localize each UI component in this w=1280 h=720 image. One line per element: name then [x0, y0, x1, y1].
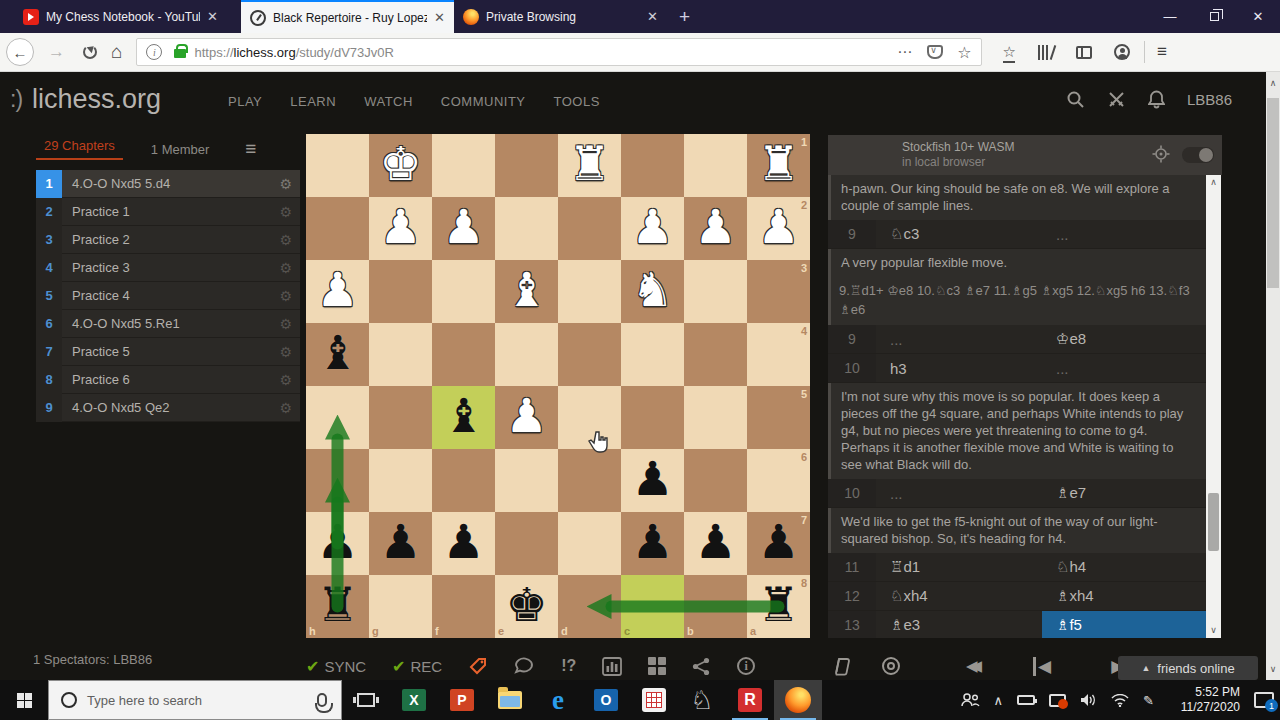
- square-f7[interactable]: ♟: [432, 512, 495, 575]
- square-f6[interactable]: [432, 449, 495, 512]
- chart-icon[interactable]: [602, 657, 622, 676]
- url-domain: lichess.org: [234, 45, 296, 60]
- white-pawn[interactable]: ♟: [684, 197, 747, 260]
- tab-lichess-study[interactable]: Black Repertoire - Ruy Lopez: B ✕: [241, 0, 454, 33]
- speaker-icon[interactable]: [1080, 693, 1097, 707]
- scroll-down-icon[interactable]: ∨: [1266, 662, 1280, 676]
- gear-icon[interactable]: ⚙: [279, 316, 300, 332]
- reload-button[interactable]: [83, 45, 97, 59]
- square-f8[interactable]: f: [432, 575, 495, 638]
- chapter-row[interactable]: 5Practice 4⚙: [36, 282, 300, 310]
- grid-app-icon: [642, 688, 666, 712]
- excel-app[interactable]: X: [390, 680, 438, 720]
- square-d3[interactable]: [558, 260, 621, 323]
- rec-label: REC: [411, 658, 443, 675]
- square-e5[interactable]: ♟: [495, 386, 558, 449]
- tab-private-browsing[interactable]: Private Browsing ✕: [454, 0, 667, 33]
- bell-icon[interactable]: [1148, 90, 1165, 109]
- square-b1[interactable]: [684, 134, 747, 197]
- black-move[interactable]: ♗f5: [1042, 611, 1206, 638]
- chessbase-app[interactable]: [630, 680, 678, 720]
- chapter-row[interactable]: 2Practice 1⚙: [36, 198, 300, 226]
- square-h2[interactable]: [306, 197, 369, 260]
- white-move[interactable]: ...: [876, 325, 1042, 353]
- browser-toolbar: ← → ⌂ i https://lichess.org/study/dV73Jv…: [0, 33, 1280, 72]
- move-number: 12: [828, 582, 876, 610]
- black-move[interactable]: ♗e7: [1042, 479, 1206, 507]
- close-button[interactable]: ✕: [1236, 9, 1280, 24]
- page-actions-icon[interactable]: ⋯: [897, 43, 913, 61]
- header-right: LBB86: [1066, 90, 1232, 109]
- tab-close-icon[interactable]: ✕: [207, 9, 218, 24]
- chapter-title: Practice 1: [62, 204, 279, 219]
- annotation-comment: h-pawn. Our king should be safe on e8. W…: [828, 175, 1206, 220]
- chapter-row[interactable]: 7Practice 5⚙: [36, 338, 300, 366]
- chapter-title: Practice 5: [62, 344, 279, 359]
- move-list-scrollbar[interactable]: ∧ ∨: [1206, 175, 1221, 638]
- browser-tab-bar: My Chess Notebook - YouTube ✕ Black Repe…: [0, 0, 1280, 33]
- rank-label: 3: [801, 262, 807, 274]
- tab-title: Black Repertoire - Ruy Lopez: B: [273, 11, 427, 25]
- chapter-number: 8: [36, 366, 62, 394]
- lichess-logo-mark: :): [10, 86, 22, 113]
- username[interactable]: LBB86: [1187, 91, 1232, 108]
- hamburger-menu-icon[interactable]: ≡: [1157, 42, 1167, 62]
- rank-label: 1: [801, 136, 807, 148]
- black-pawn[interactable]: ♟: [369, 512, 432, 575]
- rank-label: 2: [801, 199, 807, 211]
- black-bishop[interactable]: ♝: [432, 386, 495, 449]
- scroll-thumb[interactable]: [1208, 493, 1219, 551]
- move-row: 11♖d1♘h4: [828, 553, 1206, 582]
- check-icon: ✔: [306, 657, 319, 676]
- new-tab-button[interactable]: +: [679, 0, 690, 33]
- square-h7[interactable]: ♟: [306, 512, 369, 575]
- chapter-row[interactable]: 94.O-O Nxd5 Qe2⚙: [36, 394, 300, 422]
- boards-grid-icon[interactable]: [648, 657, 666, 675]
- rec-toggle[interactable]: ✔ REC: [392, 657, 442, 676]
- square-d2[interactable]: [558, 197, 621, 260]
- tab-members[interactable]: 1 Member: [151, 142, 210, 157]
- square-b2[interactable]: ♟: [684, 197, 747, 260]
- friends-online-bar[interactable]: ▲ friends online: [1118, 656, 1258, 680]
- move-row: 12♘xh4♗xh4: [828, 582, 1206, 611]
- powerpoint-icon: P: [450, 689, 474, 711]
- square-a4[interactable]: 4: [747, 323, 810, 386]
- square-d6[interactable]: [558, 449, 621, 512]
- forward-button[interactable]: →: [48, 42, 65, 62]
- nav-watch[interactable]: WATCH: [364, 94, 413, 109]
- gear-icon[interactable]: ⚙: [279, 372, 300, 388]
- opening-book-icon[interactable]: [832, 656, 852, 676]
- analysis-toolbar: ◀◀ ◀ ▶: [832, 648, 1132, 684]
- square-e3[interactable]: ♝: [495, 260, 558, 323]
- gear-icon[interactable]: ⚙: [279, 232, 300, 248]
- crossed-swords-icon[interactable]: [1107, 90, 1126, 109]
- chapter-title: Practice 6: [62, 372, 279, 387]
- taskbar-clock[interactable]: 5:52 PM 11/27/2020: [1168, 685, 1240, 715]
- scroll-down-icon[interactable]: ∨: [1206, 623, 1221, 638]
- white-move[interactable]: ♘c3: [876, 220, 1042, 248]
- tags-icon[interactable]: [468, 656, 488, 676]
- square-e2[interactable]: [495, 197, 558, 260]
- move-row: 9...♔e8: [828, 325, 1206, 354]
- white-move[interactable]: h3: [876, 354, 1042, 382]
- r-app-icon: R: [738, 688, 762, 712]
- bookmarks-menu-icon[interactable]: ☆: [1002, 43, 1015, 61]
- square-g3[interactable]: [369, 260, 432, 323]
- black-pawn[interactable]: ♟: [432, 512, 495, 575]
- url-path: /study/dV73Jv0R: [296, 45, 394, 60]
- white-move[interactable]: ♗e3: [876, 611, 1042, 638]
- move-row: 13♗e3♗f5: [828, 611, 1206, 638]
- spectators-label: 1 Spectators: LBB86: [33, 652, 152, 667]
- square-d4[interactable]: [558, 323, 621, 386]
- chapter-title: Practice 3: [62, 260, 279, 275]
- move-row: 10...♗e7: [828, 479, 1206, 508]
- square-f2[interactable]: ♟: [432, 197, 495, 260]
- square-c2[interactable]: ♟: [621, 197, 684, 260]
- file-label: g: [372, 625, 379, 637]
- gear-icon[interactable]: ⚙: [279, 288, 300, 304]
- white-knight[interactable]: ♞: [621, 260, 684, 323]
- white-move[interactable]: ♘xh4: [876, 582, 1042, 610]
- square-b4[interactable]: [684, 323, 747, 386]
- square-e4[interactable]: [495, 323, 558, 386]
- square-g5[interactable]: [369, 386, 432, 449]
- start-button[interactable]: [0, 680, 48, 720]
- lichess-favicon: [250, 10, 266, 26]
- scroll-up-icon[interactable]: ∧: [1206, 175, 1221, 190]
- square-g4[interactable]: [369, 323, 432, 386]
- url-bar[interactable]: i https://lichess.org/study/dV73Jv0R ⋯ ☆: [136, 38, 982, 66]
- square-g6[interactable]: [369, 449, 432, 512]
- study-toolbar: ✔ SYNC ✔ REC !? i: [306, 648, 816, 684]
- toolbar-divider: [1144, 41, 1145, 63]
- rank-label: 4: [801, 325, 807, 337]
- white-pawn[interactable]: ♟: [369, 197, 432, 260]
- windows-taskbar: Type here to search X P e O ♘ R ∧ ✎ 5:52…: [0, 680, 1280, 720]
- chapter-row[interactable]: 64.O-O Nxd5 5.Re1⚙: [36, 310, 300, 338]
- step-back-icon[interactable]: ◀: [1038, 656, 1051, 677]
- square-a6[interactable]: 6: [747, 449, 810, 512]
- square-b7[interactable]: ♟: [684, 512, 747, 575]
- home-button[interactable]: ⌂: [111, 41, 122, 63]
- square-g8[interactable]: g: [369, 575, 432, 638]
- file-label: b: [687, 625, 694, 637]
- firefox-icon: [463, 9, 479, 25]
- excel-icon: X: [402, 689, 426, 711]
- chapter-number: 9: [36, 394, 62, 422]
- white-bishop[interactable]: ♝: [495, 260, 558, 323]
- bookmark-star-icon[interactable]: ☆: [957, 43, 971, 62]
- white-move[interactable]: ...: [876, 479, 1042, 507]
- black-move[interactable]: ...: [1042, 220, 1206, 248]
- engine-location: in local browser: [902, 155, 1015, 170]
- battery-icon[interactable]: [1017, 695, 1035, 705]
- move-number: 10: [828, 479, 876, 507]
- square-d8[interactable]: d: [558, 575, 621, 638]
- rank-label: 6: [801, 451, 807, 463]
- tab-close-icon[interactable]: ✕: [434, 10, 445, 25]
- square-b6[interactable]: [684, 449, 747, 512]
- black-bishop[interactable]: ♝: [306, 323, 369, 386]
- sidebars-icon[interactable]: [1076, 46, 1092, 59]
- taskbar-search[interactable]: Type here to search: [48, 680, 342, 720]
- file-label: h: [309, 625, 316, 637]
- page-scroll-thumb[interactable]: [1267, 98, 1279, 288]
- chapter-title: Practice 2: [62, 232, 279, 247]
- square-f5[interactable]: ♝: [432, 386, 495, 449]
- square-f3[interactable]: [432, 260, 495, 323]
- move-list: h-pawn. Our king should be safe on e8. W…: [828, 175, 1206, 638]
- square-a1[interactable]: ♜1: [747, 134, 810, 197]
- move-number: 10: [828, 354, 876, 382]
- square-h4[interactable]: ♝: [306, 323, 369, 386]
- chapter-title: 4.O-O Nxd5 5.d4: [62, 176, 279, 191]
- nav-play[interactable]: PLAY: [228, 94, 262, 109]
- comment-icon[interactable]: [514, 657, 535, 676]
- white-pawn[interactable]: ♟: [495, 386, 558, 449]
- square-a8[interactable]: ♜a8: [747, 575, 810, 638]
- site-header: :) lichess.org PLAYLEARNWATCHCOMMUNITYTO…: [0, 72, 1266, 130]
- chapter-title: 4.O-O Nxd5 5.Re1: [62, 316, 279, 331]
- white-pawn[interactable]: ♟: [432, 197, 495, 260]
- square-f4[interactable]: [432, 323, 495, 386]
- expand-triangle-icon: ▲: [1141, 663, 1150, 673]
- firefox-app[interactable]: [774, 680, 822, 720]
- windows-logo-icon: [17, 693, 32, 708]
- square-a2[interactable]: ♟2: [747, 197, 810, 260]
- square-a7[interactable]: ♟7: [747, 512, 810, 575]
- board-grid: ♚♜♜1♟♟♟♟♟2♟♝♞3♝4♝♟5♟6♟♟♟♟♟♟7♜hgf♚edcb♜a8: [306, 134, 810, 638]
- nav-learn[interactable]: LEARN: [290, 94, 336, 109]
- youtube-icon: [23, 9, 39, 25]
- window-controls: — ✕: [1148, 0, 1280, 33]
- chapter-row[interactable]: 14.O-O Nxd5 5.d4⚙: [36, 170, 300, 198]
- wifi-icon[interactable]: [1111, 694, 1129, 707]
- square-a3[interactable]: 3: [747, 260, 810, 323]
- scroll-up-icon[interactable]: ∧: [1266, 76, 1280, 90]
- square-d5[interactable]: [558, 386, 621, 449]
- move-number: 9: [828, 325, 876, 353]
- white-king[interactable]: ♚: [369, 134, 432, 197]
- square-e7[interactable]: [495, 512, 558, 575]
- display-alert-icon[interactable]: [1049, 694, 1066, 707]
- pocket-icon[interactable]: [927, 45, 943, 59]
- square-h3[interactable]: ♟: [306, 260, 369, 323]
- gear-icon[interactable]: ⚙: [279, 344, 300, 360]
- file-label: d: [561, 625, 568, 637]
- edge-icon: e: [552, 685, 564, 716]
- file-label: f: [435, 625, 439, 637]
- black-pawn[interactable]: ♟: [621, 449, 684, 512]
- share-icon[interactable]: [692, 657, 711, 676]
- rank-label: 5: [801, 388, 807, 400]
- lichess-logo-text: lichess.org: [32, 84, 161, 115]
- engine-name: Stockfish 10+ WASM: [902, 140, 1015, 155]
- square-h1[interactable]: [306, 134, 369, 197]
- annotation-comment: A very popular flexible move.: [828, 249, 1206, 277]
- file-explorer-app[interactable]: [486, 680, 534, 720]
- powerpoint-app[interactable]: P: [438, 680, 486, 720]
- chapter-number: 7: [36, 338, 62, 366]
- square-c1[interactable]: [621, 134, 684, 197]
- square-h5[interactable]: [306, 386, 369, 449]
- white-move[interactable]: ♖d1: [876, 553, 1042, 581]
- skip-to-start-icon[interactable]: ◀◀: [966, 657, 982, 675]
- firefox-icon: [785, 687, 811, 713]
- knight-icon: ♘: [690, 685, 713, 715]
- variation-line[interactable]: 9.♖d1+ ♔e8 10.♘c3 ♗e7 11.♗g5 ♗xg5 12.♘xg…: [828, 277, 1206, 325]
- folder-icon: [498, 691, 522, 709]
- square-e8[interactable]: ♚e: [495, 575, 558, 638]
- white-pawn[interactable]: ♟: [621, 197, 684, 260]
- outlook-app[interactable]: O: [582, 680, 630, 720]
- white-rook[interactable]: ♜: [558, 134, 621, 197]
- chess-board: ♚♜♜1♟♟♟♟♟2♟♝♞3♝4♝♟5♟6♟♟♟♟♟♟7♜hgf♚edcb♜a8: [306, 134, 810, 638]
- tab-title: Private Browsing: [486, 10, 584, 24]
- square-b5[interactable]: [684, 386, 747, 449]
- edge-app[interactable]: e: [534, 680, 582, 720]
- chapter-number: 5: [36, 282, 62, 310]
- sync-label: SYNC: [324, 658, 366, 675]
- restore-button[interactable]: [1192, 9, 1236, 24]
- chapter-number: 3: [36, 226, 62, 254]
- task-view-button[interactable]: [342, 680, 390, 720]
- square-c8[interactable]: c: [621, 575, 684, 638]
- move-number: 9: [828, 220, 876, 248]
- date: 11/27/2020: [1168, 700, 1240, 715]
- page-scrollbar[interactable]: ∧ ∨: [1266, 72, 1280, 680]
- black-move[interactable]: ♔e8: [1042, 325, 1206, 353]
- nav-tools[interactable]: TOOLS: [554, 94, 600, 109]
- file-label: e: [498, 625, 504, 637]
- account-icon[interactable]: [1114, 44, 1130, 60]
- practice-target-icon[interactable]: [882, 657, 900, 675]
- sync-toggle[interactable]: ✔ SYNC: [306, 657, 366, 676]
- square-e1[interactable]: [495, 134, 558, 197]
- tab-youtube[interactable]: My Chess Notebook - YouTube ✕: [14, 0, 227, 33]
- square-g1[interactable]: ♚: [369, 134, 432, 197]
- file-label: a: [750, 625, 756, 637]
- black-pawn[interactable]: ♟: [306, 512, 369, 575]
- black-king[interactable]: ♚: [495, 575, 558, 638]
- microphone-icon[interactable]: [317, 693, 327, 707]
- chapter-number: 2: [36, 198, 62, 226]
- move-row: 10h3...: [828, 354, 1206, 383]
- rank-label: 7: [801, 514, 807, 526]
- tab-close-icon[interactable]: ✕: [647, 9, 658, 24]
- gear-icon[interactable]: ⚙: [279, 260, 300, 276]
- lichess-logo[interactable]: :) lichess.org: [10, 84, 161, 115]
- black-move[interactable]: ♗xh4: [1042, 582, 1206, 610]
- square-g7[interactable]: ♟: [369, 512, 432, 575]
- black-move[interactable]: ♘h4: [1042, 553, 1206, 581]
- chapter-row[interactable]: 3Practice 2⚙: [36, 226, 300, 254]
- chapter-title: Practice 4: [62, 288, 279, 303]
- square-b3[interactable]: [684, 260, 747, 323]
- minimize-button[interactable]: —: [1148, 9, 1192, 24]
- move-number: 13: [828, 611, 876, 638]
- file-label: c: [624, 625, 630, 637]
- square-g2[interactable]: ♟: [369, 197, 432, 260]
- crosshair-icon[interactable]: [1152, 145, 1170, 163]
- pen-icon[interactable]: ✎: [1143, 693, 1154, 708]
- info-icon[interactable]: i: [737, 657, 755, 675]
- square-d7[interactable]: [558, 512, 621, 575]
- url-scheme: https://: [194, 45, 233, 60]
- engine-toggle[interactable]: [1182, 147, 1214, 163]
- search-placeholder: Type here to search: [87, 693, 307, 708]
- chapter-row[interactable]: 8Practice 6⚙: [36, 366, 300, 394]
- square-c4[interactable]: [621, 323, 684, 386]
- people-icon[interactable]: [960, 693, 980, 707]
- chapter-title: 4.O-O Nxd5 Qe2: [62, 400, 279, 415]
- tab-chapters[interactable]: 29 Chapters: [44, 138, 115, 160]
- check-icon: ✔: [392, 657, 405, 676]
- study-tabs: 29 Chapters 1 Member ≡: [44, 138, 256, 160]
- library-icon[interactable]: [1038, 45, 1054, 60]
- square-a5[interactable]: 5: [747, 386, 810, 449]
- white-pawn[interactable]: ♟: [306, 260, 369, 323]
- square-c3[interactable]: ♞: [621, 260, 684, 323]
- search-icon[interactable]: [1066, 90, 1085, 109]
- square-f1[interactable]: [432, 134, 495, 197]
- system-tray: ∧ ✎ 5:52 PM 11/27/2020 1: [960, 685, 1280, 715]
- square-c6[interactable]: ♟: [621, 449, 684, 512]
- engine-bar: Stockfish 10+ WASM in local browser: [828, 135, 1222, 175]
- black-pawn[interactable]: ♟: [684, 512, 747, 575]
- square-h8[interactable]: ♜h: [306, 575, 369, 638]
- cortana-icon: [61, 692, 77, 708]
- r-app[interactable]: R: [726, 680, 774, 720]
- action-center-icon[interactable]: 1: [1254, 692, 1274, 708]
- rank-label: 8: [801, 577, 807, 589]
- black-move[interactable]: ...: [1042, 354, 1206, 382]
- square-c7[interactable]: ♟: [621, 512, 684, 575]
- move-row: 9♘c3...: [828, 220, 1206, 249]
- site-nav: PLAYLEARNWATCHCOMMUNITYTOOLS: [228, 94, 600, 109]
- glyph-annotation-button[interactable]: !?: [561, 657, 576, 675]
- black-pawn[interactable]: ♟: [621, 512, 684, 575]
- study-menu-icon[interactable]: ≡: [245, 138, 256, 160]
- nav-community[interactable]: COMMUNITY: [441, 94, 526, 109]
- gear-icon[interactable]: ⚙: [279, 204, 300, 220]
- hidden-icons-chevron[interactable]: ∧: [994, 693, 1004, 708]
- friends-online-label: friends online: [1157, 661, 1234, 676]
- gear-icon[interactable]: ⚙: [279, 176, 300, 192]
- tab-title: My Chess Notebook - YouTube: [46, 10, 200, 24]
- site-info-icon[interactable]: i: [146, 44, 162, 60]
- move-number: 11: [828, 553, 876, 581]
- square-h6[interactable]: [306, 449, 369, 512]
- square-b8[interactable]: b: [684, 575, 747, 638]
- chapter-number: 4: [36, 254, 62, 282]
- back-button[interactable]: ←: [6, 38, 34, 66]
- time: 5:52 PM: [1168, 685, 1240, 700]
- chess-app[interactable]: ♘: [678, 680, 726, 720]
- annotation-comment: I'm not sure why this move is so popular…: [828, 383, 1206, 479]
- square-e6[interactable]: [495, 449, 558, 512]
- square-d1[interactable]: ♜: [558, 134, 621, 197]
- lichess-page: :) lichess.org PLAYLEARNWATCHCOMMUNITYTO…: [0, 72, 1280, 680]
- chapter-list: 14.O-O Nxd5 5.d4⚙2Practice 1⚙3Practice 2…: [36, 170, 300, 422]
- gear-icon[interactable]: ⚙: [279, 400, 300, 416]
- notification-badge: 1: [1265, 699, 1278, 712]
- chapter-row[interactable]: 4Practice 3⚙: [36, 254, 300, 282]
- square-c5[interactable]: [621, 386, 684, 449]
